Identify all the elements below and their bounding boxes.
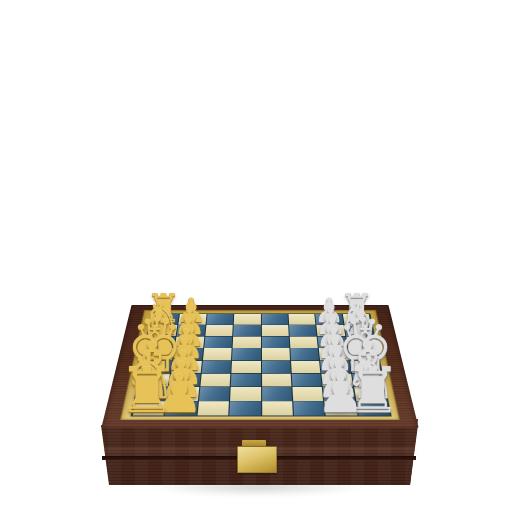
product-photo-chess-set: ♜♞♝♛♚♝♞♜♟♟♟♟♟♟♟♟♟♟♟♟♟♟♟♟♜♞♝♛♚♝♞♜: [0, 0, 512, 512]
square-a4[interactable]: [234, 314, 261, 325]
square-e3[interactable]: [201, 361, 231, 373]
square-h4[interactable]: [229, 401, 260, 415]
square-b6[interactable]: [289, 325, 317, 336]
piece-white-rook[interactable]: ♜: [119, 360, 176, 423]
square-b4[interactable]: [233, 325, 260, 336]
piece-black-pawn[interactable]: ♟: [317, 367, 365, 421]
square-c3[interactable]: [204, 336, 232, 347]
square-a3[interactable]: [206, 314, 233, 325]
brass-clasp[interactable]: [237, 446, 277, 473]
square-c4[interactable]: [233, 336, 261, 347]
square-h5[interactable]: [262, 401, 293, 415]
square-f3[interactable]: [200, 374, 230, 387]
square-g4[interactable]: [230, 387, 260, 401]
square-e4[interactable]: [231, 361, 260, 373]
square-a5[interactable]: [261, 314, 288, 325]
square-b5[interactable]: [261, 325, 288, 336]
square-d5[interactable]: [261, 348, 289, 360]
square-a6[interactable]: [288, 314, 315, 325]
square-e5[interactable]: [262, 361, 291, 373]
square-f4[interactable]: [231, 374, 261, 387]
square-f5[interactable]: [262, 374, 292, 387]
square-d3[interactable]: [203, 348, 232, 360]
box-front: [0, 0, 512, 512]
square-c5[interactable]: [261, 336, 289, 347]
square-g5[interactable]: [262, 387, 292, 401]
square-b3[interactable]: [205, 325, 233, 336]
square-d4[interactable]: [232, 348, 260, 360]
